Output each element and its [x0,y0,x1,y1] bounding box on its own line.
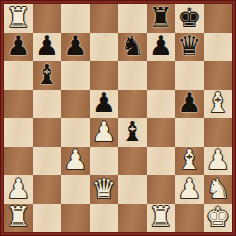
chess-board: ♜♜♚♟♟♟♞♟♛♝♟♟♝♟♝♟♝♟♟♛♟♞♜♜♚ [4,4,232,232]
square-b7[interactable]: ♟ [33,33,62,62]
black-pawn-f7[interactable]: ♟ [149,32,173,59]
black-pawn-a7[interactable]: ♟ [6,32,30,59]
square-e6[interactable] [118,61,147,90]
square-g2[interactable]: ♟ [175,175,204,204]
board-frame: ♜♜♚♟♟♟♞♟♛♝♟♟♝♟♝♟♝♟♟♛♟♞♜♜♚ [0,0,236,236]
square-d1[interactable] [90,204,119,233]
square-g3[interactable]: ♝ [175,147,204,176]
black-bishop-e4[interactable]: ♝ [120,118,144,145]
square-h1[interactable]: ♚ [204,204,233,233]
square-f7[interactable]: ♟ [147,33,176,62]
black-knight-e7[interactable]: ♞ [120,32,144,59]
square-c7[interactable]: ♟ [61,33,90,62]
square-h6[interactable] [204,61,233,90]
square-b8[interactable] [33,4,62,33]
white-rook-a8[interactable]: ♜ [6,4,30,31]
white-bishop-g3[interactable]: ♝ [177,146,201,173]
square-c1[interactable] [61,204,90,233]
square-f5[interactable] [147,90,176,119]
white-pawn-g2[interactable]: ♟ [177,175,201,202]
square-f4[interactable] [147,118,176,147]
white-rook-a1[interactable]: ♜ [6,203,30,230]
black-queen-g7[interactable]: ♛ [177,32,201,59]
square-h4[interactable] [204,118,233,147]
square-e2[interactable] [118,175,147,204]
square-g5[interactable]: ♟ [175,90,204,119]
square-h5[interactable]: ♝ [204,90,233,119]
square-d2[interactable]: ♛ [90,175,119,204]
square-a1[interactable]: ♜ [4,204,33,233]
square-d7[interactable] [90,33,119,62]
square-a5[interactable] [4,90,33,119]
square-a4[interactable] [4,118,33,147]
square-d5[interactable]: ♟ [90,90,119,119]
white-rook-f1[interactable]: ♜ [149,203,173,230]
white-knight-h2[interactable]: ♞ [206,175,230,202]
square-f6[interactable] [147,61,176,90]
white-queen-d2[interactable]: ♛ [92,175,116,202]
square-e8[interactable] [118,4,147,33]
white-pawn-h3[interactable]: ♟ [206,146,230,173]
square-e3[interactable] [118,147,147,176]
white-king-h1[interactable]: ♚ [206,203,230,230]
square-g6[interactable] [175,61,204,90]
square-a3[interactable] [4,147,33,176]
square-a7[interactable]: ♟ [4,33,33,62]
square-c2[interactable] [61,175,90,204]
square-g4[interactable] [175,118,204,147]
square-d6[interactable] [90,61,119,90]
square-g8[interactable]: ♚ [175,4,204,33]
black-bishop-b6[interactable]: ♝ [35,61,59,88]
white-pawn-a2[interactable]: ♟ [6,175,30,202]
square-d3[interactable] [90,147,119,176]
white-pawn-c3[interactable]: ♟ [63,146,87,173]
square-d4[interactable]: ♟ [90,118,119,147]
black-pawn-g5[interactable]: ♟ [177,89,201,116]
square-b1[interactable] [33,204,62,233]
square-b5[interactable] [33,90,62,119]
square-f3[interactable] [147,147,176,176]
black-rook-f8[interactable]: ♜ [149,4,173,31]
square-f8[interactable]: ♜ [147,4,176,33]
square-c5[interactable] [61,90,90,119]
black-pawn-b7[interactable]: ♟ [35,32,59,59]
square-e1[interactable] [118,204,147,233]
square-b2[interactable] [33,175,62,204]
square-f1[interactable]: ♜ [147,204,176,233]
black-king-g8[interactable]: ♚ [177,4,201,31]
square-c8[interactable] [61,4,90,33]
square-g1[interactable] [175,204,204,233]
square-a6[interactable] [4,61,33,90]
square-a2[interactable]: ♟ [4,175,33,204]
square-d8[interactable] [90,4,119,33]
white-bishop-h5[interactable]: ♝ [206,89,230,116]
square-b3[interactable] [33,147,62,176]
square-h7[interactable] [204,33,233,62]
square-f2[interactable] [147,175,176,204]
square-b4[interactable] [33,118,62,147]
square-h2[interactable]: ♞ [204,175,233,204]
white-pawn-d4[interactable]: ♟ [92,118,116,145]
square-b6[interactable]: ♝ [33,61,62,90]
square-c4[interactable] [61,118,90,147]
square-e7[interactable]: ♞ [118,33,147,62]
square-e4[interactable]: ♝ [118,118,147,147]
square-g7[interactable]: ♛ [175,33,204,62]
square-c6[interactable] [61,61,90,90]
black-pawn-c7[interactable]: ♟ [63,32,87,59]
square-h8[interactable] [204,4,233,33]
square-a8[interactable]: ♜ [4,4,33,33]
square-e5[interactable] [118,90,147,119]
square-h3[interactable]: ♟ [204,147,233,176]
black-pawn-d5[interactable]: ♟ [92,89,116,116]
square-c3[interactable]: ♟ [61,147,90,176]
